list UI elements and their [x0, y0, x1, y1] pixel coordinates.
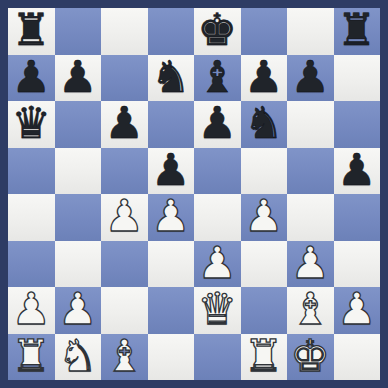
square-d7[interactable]: ♞ — [148, 55, 195, 102]
white-pawn-piece[interactable]: ♟ — [337, 287, 376, 331]
white-pawn-piece[interactable]: ♟ — [12, 287, 51, 331]
white-rook-piece[interactable]: ♜ — [244, 334, 283, 378]
square-h6[interactable] — [334, 101, 381, 148]
square-f7[interactable]: ♟ — [241, 55, 288, 102]
square-e8[interactable]: ♚ — [194, 8, 241, 55]
square-b3[interactable] — [55, 241, 102, 288]
square-f5[interactable] — [241, 148, 288, 195]
square-a3[interactable] — [8, 241, 55, 288]
black-pawn-piece[interactable]: ♟ — [291, 55, 330, 99]
square-b6[interactable] — [55, 101, 102, 148]
square-b8[interactable] — [55, 8, 102, 55]
square-f6[interactable]: ♞ — [241, 101, 288, 148]
square-b7[interactable]: ♟ — [55, 55, 102, 102]
square-g7[interactable]: ♟ — [287, 55, 334, 102]
square-d5[interactable]: ♟ — [148, 148, 195, 195]
black-pawn-piece[interactable]: ♟ — [58, 55, 97, 99]
black-bishop-piece[interactable]: ♝ — [198, 55, 237, 99]
chess-diagram: ♜♚♜♟♟♞♝♟♟♛♟♟♞♟♟♟♟♟♟♟♟♟♛♝♟♜♞♝♜♚ — [0, 0, 388, 388]
black-pawn-piece[interactable]: ♟ — [244, 55, 283, 99]
square-b2[interactable]: ♟ — [55, 287, 102, 334]
square-f8[interactable] — [241, 8, 288, 55]
square-c2[interactable] — [101, 287, 148, 334]
square-c4[interactable]: ♟ — [101, 194, 148, 241]
white-bishop-piece[interactable]: ♝ — [291, 287, 330, 331]
square-h4[interactable] — [334, 194, 381, 241]
square-e3[interactable]: ♟ — [194, 241, 241, 288]
black-rook-piece[interactable]: ♜ — [12, 8, 51, 52]
square-e5[interactable] — [194, 148, 241, 195]
white-pawn-piece[interactable]: ♟ — [244, 194, 283, 238]
square-c1[interactable]: ♝ — [101, 334, 148, 381]
square-c5[interactable] — [101, 148, 148, 195]
black-queen-piece[interactable]: ♛ — [12, 101, 51, 145]
white-king-piece[interactable]: ♚ — [291, 334, 330, 378]
square-g5[interactable] — [287, 148, 334, 195]
square-e2[interactable]: ♛ — [194, 287, 241, 334]
square-g1[interactable]: ♚ — [287, 334, 334, 381]
square-a4[interactable] — [8, 194, 55, 241]
square-c7[interactable] — [101, 55, 148, 102]
square-h1[interactable] — [334, 334, 381, 381]
white-pawn-piece[interactable]: ♟ — [198, 241, 237, 285]
square-b5[interactable] — [55, 148, 102, 195]
square-h7[interactable] — [334, 55, 381, 102]
square-g2[interactable]: ♝ — [287, 287, 334, 334]
square-a7[interactable]: ♟ — [8, 55, 55, 102]
white-rook-piece[interactable]: ♜ — [12, 334, 51, 378]
square-f2[interactable] — [241, 287, 288, 334]
square-b4[interactable] — [55, 194, 102, 241]
square-e4[interactable] — [194, 194, 241, 241]
square-h3[interactable] — [334, 241, 381, 288]
square-c8[interactable] — [101, 8, 148, 55]
square-e6[interactable]: ♟ — [194, 101, 241, 148]
square-b1[interactable]: ♞ — [55, 334, 102, 381]
board-frame: ♜♚♜♟♟♞♝♟♟♛♟♟♞♟♟♟♟♟♟♟♟♟♛♝♟♜♞♝♜♚ — [0, 0, 388, 388]
black-knight-piece[interactable]: ♞ — [244, 101, 283, 145]
square-f3[interactable] — [241, 241, 288, 288]
square-d6[interactable] — [148, 101, 195, 148]
white-queen-piece[interactable]: ♛ — [198, 287, 237, 331]
square-a2[interactable]: ♟ — [8, 287, 55, 334]
square-g6[interactable] — [287, 101, 334, 148]
square-d4[interactable]: ♟ — [148, 194, 195, 241]
square-d2[interactable] — [148, 287, 195, 334]
square-e7[interactable]: ♝ — [194, 55, 241, 102]
square-a8[interactable]: ♜ — [8, 8, 55, 55]
square-a6[interactable]: ♛ — [8, 101, 55, 148]
square-f1[interactable]: ♜ — [241, 334, 288, 381]
square-d3[interactable] — [148, 241, 195, 288]
white-pawn-piece[interactable]: ♟ — [105, 194, 144, 238]
square-h5[interactable]: ♟ — [334, 148, 381, 195]
black-pawn-piece[interactable]: ♟ — [151, 148, 190, 192]
white-knight-piece[interactable]: ♞ — [58, 334, 97, 378]
square-a1[interactable]: ♜ — [8, 334, 55, 381]
square-g8[interactable] — [287, 8, 334, 55]
square-d8[interactable] — [148, 8, 195, 55]
black-rook-piece[interactable]: ♜ — [337, 8, 376, 52]
square-e1[interactable] — [194, 334, 241, 381]
square-h2[interactable]: ♟ — [334, 287, 381, 334]
square-d1[interactable] — [148, 334, 195, 381]
square-c6[interactable]: ♟ — [101, 101, 148, 148]
white-pawn-piece[interactable]: ♟ — [151, 194, 190, 238]
black-pawn-piece[interactable]: ♟ — [337, 148, 376, 192]
square-g4[interactable] — [287, 194, 334, 241]
white-pawn-piece[interactable]: ♟ — [291, 241, 330, 285]
black-knight-piece[interactable]: ♞ — [151, 55, 190, 99]
black-pawn-piece[interactable]: ♟ — [12, 55, 51, 99]
square-g3[interactable]: ♟ — [287, 241, 334, 288]
square-a5[interactable] — [8, 148, 55, 195]
square-c3[interactable] — [101, 241, 148, 288]
square-f4[interactable]: ♟ — [241, 194, 288, 241]
white-pawn-piece[interactable]: ♟ — [58, 287, 97, 331]
chess-board: ♜♚♜♟♟♞♝♟♟♛♟♟♞♟♟♟♟♟♟♟♟♟♛♝♟♜♞♝♜♚ — [8, 8, 380, 380]
black-king-piece[interactable]: ♚ — [198, 8, 237, 52]
black-pawn-piece[interactable]: ♟ — [198, 101, 237, 145]
square-h8[interactable]: ♜ — [334, 8, 381, 55]
black-pawn-piece[interactable]: ♟ — [105, 101, 144, 145]
white-bishop-piece[interactable]: ♝ — [105, 334, 144, 378]
